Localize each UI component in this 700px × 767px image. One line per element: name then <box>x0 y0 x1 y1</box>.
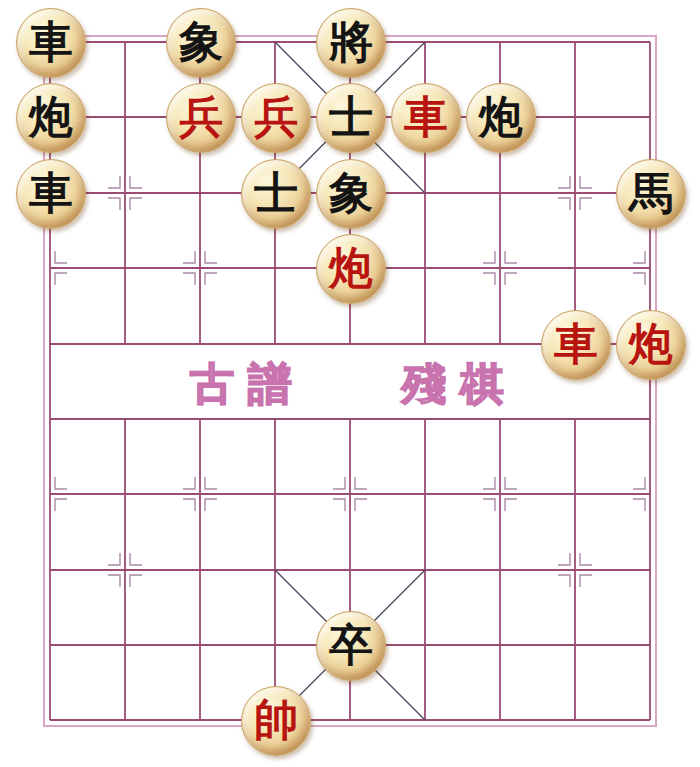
piece-black-elephant[interactable]: 象 <box>166 8 236 78</box>
piece-glyph: 炮 <box>479 95 523 139</box>
piece-red-chariot[interactable]: 車 <box>391 83 461 153</box>
piece-red-soldier[interactable]: 兵 <box>166 83 236 153</box>
piece-black-horse[interactable]: 馬 <box>616 159 686 229</box>
piece-glyph: 車 <box>29 20 73 64</box>
piece-black-cannon[interactable]: 炮 <box>466 83 536 153</box>
piece-glyph: 馬 <box>629 171 673 215</box>
piece-red-chariot[interactable]: 車 <box>541 310 611 380</box>
piece-glyph: 車 <box>29 171 73 215</box>
piece-glyph: 將 <box>329 20 373 64</box>
piece-black-cannon[interactable]: 炮 <box>16 83 86 153</box>
piece-glyph: 象 <box>179 20 223 64</box>
piece-glyph: 車 <box>404 95 448 139</box>
piece-glyph: 兵 <box>254 95 298 139</box>
piece-red-cannon[interactable]: 炮 <box>316 234 386 304</box>
piece-black-general[interactable]: 將 <box>316 8 386 78</box>
piece-glyph: 士 <box>254 171 298 215</box>
piece-glyph: 炮 <box>329 246 373 290</box>
piece-red-general[interactable]: 帥 <box>241 686 311 756</box>
piece-black-soldier[interactable]: 卒 <box>316 611 386 681</box>
piece-black-chariot[interactable]: 車 <box>16 8 86 78</box>
piece-glyph: 帥 <box>254 698 298 742</box>
piece-black-elephant[interactable]: 象 <box>316 159 386 229</box>
piece-black-chariot[interactable]: 車 <box>16 159 86 229</box>
piece-glyph: 車 <box>554 322 598 366</box>
xiangqi-board: 古譜 殘棋 車象將炮兵兵士車炮車士象馬炮車炮卒帥 <box>0 0 700 767</box>
piece-red-cannon[interactable]: 炮 <box>616 310 686 380</box>
piece-glyph: 士 <box>329 95 373 139</box>
piece-glyph: 炮 <box>29 95 73 139</box>
piece-glyph: 炮 <box>629 322 673 366</box>
pieces-layer: 車象將炮兵兵士車炮車士象馬炮車炮卒帥 <box>0 0 700 767</box>
piece-glyph: 象 <box>329 171 373 215</box>
piece-black-advisor[interactable]: 士 <box>316 83 386 153</box>
piece-red-soldier[interactable]: 兵 <box>241 83 311 153</box>
piece-black-advisor[interactable]: 士 <box>241 159 311 229</box>
piece-glyph: 兵 <box>179 95 223 139</box>
piece-glyph: 卒 <box>329 623 373 667</box>
